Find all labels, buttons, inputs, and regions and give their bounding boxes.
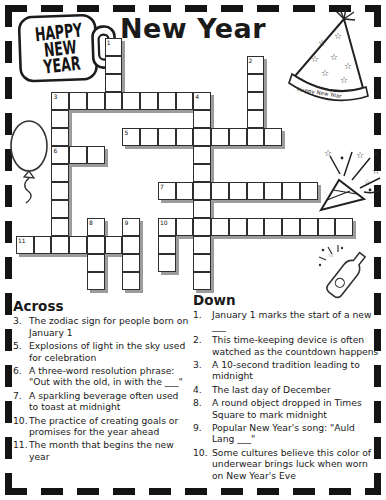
grid-cell[interactable] (51, 218, 69, 236)
dashed-border-bottom (5, 488, 381, 495)
grid-cell[interactable]: 11 (16, 236, 34, 254)
grid-cell[interactable] (193, 218, 211, 236)
grid-cell[interactable] (229, 128, 247, 146)
grid-cell[interactable] (158, 236, 176, 254)
grid-cell[interactable] (122, 236, 140, 254)
clue-item: 11.The month that begins the new year (13, 439, 190, 462)
grid-cell[interactable] (122, 272, 140, 290)
grid-cell[interactable] (193, 182, 211, 200)
down-header: Down (193, 295, 379, 306)
clue-item: 7.A sparkling beverage often used to toa… (13, 390, 190, 413)
clue-item: 1.January 1 marks the start of a new ___ (193, 309, 379, 332)
grid-cell[interactable] (105, 74, 123, 92)
clue-number: 10 (160, 219, 168, 226)
clue-item: 3.A 10-second tradition leading to midni… (193, 359, 379, 382)
clue-number: 2 (249, 57, 253, 64)
grid-cell[interactable]: 2 (247, 56, 265, 74)
down-clue-list: 1.January 1 marks the start of a new ___… (193, 309, 379, 481)
clue-number: 11 (18, 237, 26, 244)
clue-item: 9.Popular New Year's song: "Auld Lang __… (193, 422, 379, 445)
grid-cell[interactable] (158, 128, 176, 146)
grid-cell[interactable] (193, 236, 211, 254)
grid-cell[interactable] (300, 182, 318, 200)
grid-cell[interactable] (335, 218, 353, 236)
grid-cell[interactable] (176, 218, 194, 236)
grid-cell[interactable] (247, 110, 265, 128)
crossword-grid: 1234567891011 (16, 38, 353, 290)
grid-cell[interactable]: 9 (122, 218, 140, 236)
grid-cell[interactable] (193, 272, 211, 290)
grid-cell[interactable] (51, 236, 69, 254)
grid-cell[interactable] (140, 128, 158, 146)
grid-cell[interactable] (158, 254, 176, 272)
grid-cell[interactable] (122, 254, 140, 272)
grid-cell[interactable] (264, 182, 282, 200)
grid-cell[interactable] (264, 218, 282, 236)
grid-cell[interactable]: 7 (158, 182, 176, 200)
clue-item: 8.A round object dropped in Times Square… (193, 397, 379, 420)
grid-cell[interactable]: 8 (87, 218, 105, 236)
clue-number: 6 (53, 147, 57, 154)
grid-cell[interactable] (176, 92, 194, 110)
clue-number: 5 (124, 129, 128, 136)
grid-cell[interactable] (69, 92, 87, 110)
clue-item: 10.Some cultures believe this color of u… (193, 447, 379, 481)
svg-text:☆: ☆ (364, 178, 370, 186)
grid-cell[interactable] (247, 182, 265, 200)
clue-item: 4.The last day of December (193, 384, 379, 395)
clue-number: 3 (53, 93, 57, 100)
clue-number: 7 (160, 183, 164, 190)
grid-cell[interactable] (193, 200, 211, 218)
grid-cell[interactable] (51, 128, 69, 146)
grid-cell[interactable] (193, 254, 211, 272)
down-clues-section: Down 1.January 1 marks the start of a ne… (193, 295, 379, 483)
across-clue-list: 3.The zodiac sign for people born on Jan… (13, 315, 190, 462)
grid-cell[interactable] (105, 236, 123, 254)
grid-cell[interactable]: 1 (105, 38, 123, 56)
grid-cell[interactable]: 3 (51, 92, 69, 110)
grid-cell[interactable] (51, 200, 69, 218)
grid-cell[interactable] (51, 164, 69, 182)
svg-text:☆: ☆ (356, 150, 364, 160)
grid-cell[interactable] (247, 74, 265, 92)
dashed-border-left (5, 5, 12, 495)
clue-item: 6.A three-word resolution phrase: "Out w… (13, 365, 190, 388)
clue-item: 2.This time-keeping device is often watc… (193, 334, 379, 357)
clue-item: 10.The practice of creating goals or pro… (13, 415, 190, 438)
grid-cell[interactable]: 5 (122, 128, 140, 146)
grid-cell[interactable] (193, 146, 211, 164)
grid-cell[interactable] (51, 110, 69, 128)
worksheet-page: New Year HAPPY NEW YEAR ☆☆☆ ☆☆☆ ☆ (0, 0, 386, 500)
grid-cell[interactable] (105, 56, 123, 74)
grid-cell[interactable] (264, 128, 282, 146)
grid-cell[interactable] (193, 164, 211, 182)
grid-cell[interactable] (247, 92, 265, 110)
grid-cell[interactable] (140, 92, 158, 110)
grid-cell[interactable] (211, 182, 229, 200)
grid-cell[interactable]: 4 (193, 92, 211, 110)
svg-text:☆: ☆ (372, 166, 380, 176)
grid-cell[interactable] (193, 128, 211, 146)
grid-cell[interactable]: 10 (158, 218, 176, 236)
grid-cell[interactable] (87, 146, 105, 164)
clue-number: 8 (89, 219, 93, 226)
grid-cell[interactable] (34, 236, 52, 254)
grid-cell[interactable] (211, 218, 229, 236)
grid-cell[interactable] (229, 218, 247, 236)
grid-cell[interactable] (87, 92, 105, 110)
grid-cell[interactable] (105, 92, 123, 110)
clue-number: 9 (124, 219, 128, 226)
across-header: Across (13, 301, 190, 312)
grid-cell[interactable] (176, 182, 194, 200)
grid-cell[interactable] (158, 92, 176, 110)
grid-cell[interactable]: 6 (51, 146, 69, 164)
grid-cell[interactable] (211, 128, 229, 146)
grid-cell[interactable] (300, 218, 318, 236)
grid-cell[interactable] (229, 182, 247, 200)
grid-cell[interactable] (282, 218, 300, 236)
clue-item: 5.Explosions of light in the sky used fo… (13, 340, 190, 363)
clue-number: 4 (195, 93, 199, 100)
across-clues-section: Across 3.The zodiac sign for people born… (13, 301, 190, 464)
clue-item: 3.The zodiac sign for people born on Jan… (13, 315, 190, 338)
grid-cell[interactable] (122, 92, 140, 110)
grid-cell[interactable] (69, 236, 87, 254)
grid-cell[interactable] (247, 128, 265, 146)
grid-cell[interactable] (176, 128, 194, 146)
grid-cell[interactable] (318, 218, 336, 236)
clue-number: 1 (107, 39, 111, 46)
grid-cell[interactable] (87, 272, 105, 290)
grid-cell[interactable] (87, 254, 105, 272)
grid-cell[interactable] (282, 182, 300, 200)
grid-cell[interactable] (193, 110, 211, 128)
grid-cell[interactable] (51, 182, 69, 200)
grid-cell[interactable] (87, 236, 105, 254)
grid-cell[interactable] (247, 218, 265, 236)
grid-cell[interactable] (69, 146, 87, 164)
